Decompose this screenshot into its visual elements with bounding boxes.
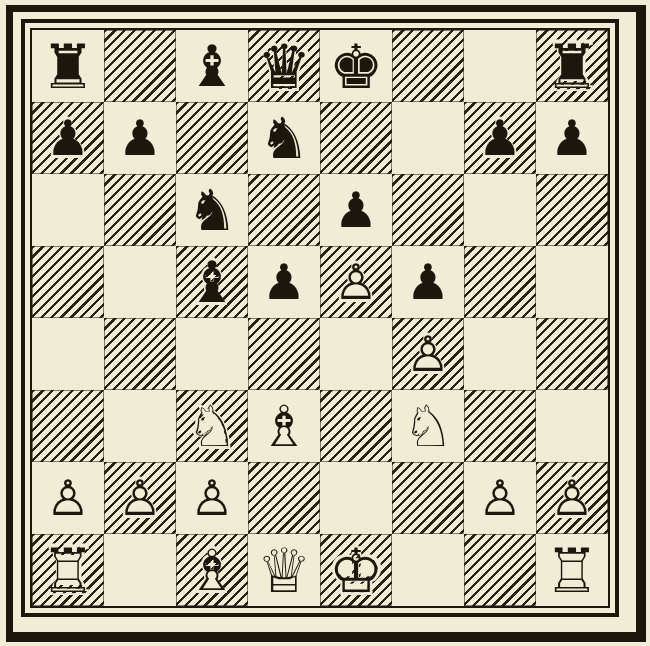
black-knight-c6: ♞♞ xyxy=(186,182,237,239)
piece-glyph: ♟ xyxy=(334,182,378,239)
black-queen-d8: ♛♛ xyxy=(257,36,312,97)
square-f2 xyxy=(392,462,464,534)
square-a3 xyxy=(32,390,104,462)
square-c1: ♝♗ xyxy=(176,534,248,606)
square-g6 xyxy=(464,174,536,246)
square-a1: ♜♖ xyxy=(32,534,104,606)
square-f7 xyxy=(392,102,464,174)
piece-glyph: ♙ xyxy=(478,470,522,527)
square-b5 xyxy=(104,246,176,318)
square-d8: ♛♛ xyxy=(248,30,320,102)
square-c2: ♟♙ xyxy=(176,462,248,534)
square-e4 xyxy=(320,318,392,390)
square-b1 xyxy=(104,534,176,606)
white-pawn-e5: ♟♙ xyxy=(334,258,378,307)
piece-glyph: ♘ xyxy=(186,393,237,459)
square-f4: ♟♙ xyxy=(392,318,464,390)
square-e3 xyxy=(320,390,392,462)
square-d2 xyxy=(248,462,320,534)
square-e8: ♚♚ xyxy=(320,30,392,102)
piece-glyph: ♙ xyxy=(406,326,450,383)
square-b2: ♟♙ xyxy=(104,462,176,534)
piece-glyph: ♘ xyxy=(402,393,453,459)
board-border: ♜♜♝♝♛♛♚♚♜♜♟♟♟♟♞♞♟♟♟♟♞♞♟♟♝♝♟♟♟♙♟♟♟♙♞♘♝♗♞♘… xyxy=(21,19,619,617)
square-c8: ♝♝ xyxy=(176,30,248,102)
piece-glyph: ♔ xyxy=(329,535,384,606)
square-h5 xyxy=(536,246,608,318)
square-d7: ♞♞ xyxy=(248,102,320,174)
black-king-e8: ♚♚ xyxy=(329,36,384,97)
square-c5: ♝♝ xyxy=(176,246,248,318)
piece-glyph: ♝ xyxy=(186,33,237,99)
piece-glyph: ♟ xyxy=(406,254,450,311)
black-bishop-c8: ♝♝ xyxy=(186,38,237,95)
piece-glyph: ♜ xyxy=(41,31,96,102)
square-a5 xyxy=(32,246,104,318)
square-g4 xyxy=(464,318,536,390)
white-rook-a1: ♜♖ xyxy=(41,540,96,601)
piece-glyph: ♟ xyxy=(478,110,522,167)
white-queen-d1: ♛♕ xyxy=(257,540,312,601)
square-g7: ♟♟ xyxy=(464,102,536,174)
square-h8: ♜♜ xyxy=(536,30,608,102)
white-pawn-f4: ♟♙ xyxy=(406,330,450,379)
square-g8 xyxy=(464,30,536,102)
square-g5 xyxy=(464,246,536,318)
piece-glyph: ♖ xyxy=(41,535,96,606)
square-e2 xyxy=(320,462,392,534)
square-e7 xyxy=(320,102,392,174)
piece-glyph: ♞ xyxy=(186,177,237,243)
black-pawn-f5: ♟♟ xyxy=(406,258,450,307)
square-c7 xyxy=(176,102,248,174)
square-h3 xyxy=(536,390,608,462)
white-knight-f3: ♞♘ xyxy=(402,398,453,455)
white-bishop-c1: ♝♗ xyxy=(186,542,237,599)
white-pawn-b2: ♟♙ xyxy=(118,474,162,523)
piece-glyph: ♟ xyxy=(550,110,594,167)
black-pawn-g7: ♟♟ xyxy=(478,114,522,163)
white-bishop-d3: ♝♗ xyxy=(258,398,309,455)
piece-glyph: ♝ xyxy=(186,249,237,315)
square-d3: ♝♗ xyxy=(248,390,320,462)
piece-glyph: ♖ xyxy=(545,535,600,606)
white-king-e1: ♚♔ xyxy=(329,540,384,601)
square-f1 xyxy=(392,534,464,606)
square-d4 xyxy=(248,318,320,390)
piece-glyph: ♛ xyxy=(257,31,312,102)
square-f6 xyxy=(392,174,464,246)
piece-glyph: ♜ xyxy=(545,31,600,102)
black-rook-a8: ♜♜ xyxy=(41,36,96,97)
square-b7: ♟♟ xyxy=(104,102,176,174)
square-d5: ♟♟ xyxy=(248,246,320,318)
piece-glyph: ♞ xyxy=(258,105,309,171)
square-g2: ♟♙ xyxy=(464,462,536,534)
square-e5: ♟♙ xyxy=(320,246,392,318)
board-inner-rule: ♜♜♝♝♛♛♚♚♜♜♟♟♟♟♞♞♟♟♟♟♞♞♟♟♝♝♟♟♟♙♟♟♟♙♞♘♝♗♞♘… xyxy=(30,28,610,608)
square-f5: ♟♟ xyxy=(392,246,464,318)
square-h6 xyxy=(536,174,608,246)
piece-glyph: ♙ xyxy=(118,470,162,527)
black-pawn-d5: ♟♟ xyxy=(262,258,306,307)
square-b6 xyxy=(104,174,176,246)
square-e1: ♚♔ xyxy=(320,534,392,606)
piece-glyph: ♙ xyxy=(190,470,234,527)
white-rook-h1: ♜♖ xyxy=(545,540,600,601)
white-pawn-c2: ♟♙ xyxy=(190,474,234,523)
square-d6 xyxy=(248,174,320,246)
piece-glyph: ♟ xyxy=(118,110,162,167)
square-h4 xyxy=(536,318,608,390)
piece-glyph: ♙ xyxy=(334,254,378,311)
square-f8 xyxy=(392,30,464,102)
black-pawn-a7: ♟♟ xyxy=(46,114,90,163)
square-h1: ♜♖ xyxy=(536,534,608,606)
white-pawn-a2: ♟♙ xyxy=(46,474,90,523)
square-f3: ♞♘ xyxy=(392,390,464,462)
piece-glyph: ♕ xyxy=(257,535,312,606)
square-b8 xyxy=(104,30,176,102)
chess-board: ♜♜♝♝♛♛♚♚♜♜♟♟♟♟♞♞♟♟♟♟♞♞♟♟♝♝♟♟♟♙♟♟♟♙♞♘♝♗♞♘… xyxy=(32,30,608,606)
square-a7: ♟♟ xyxy=(32,102,104,174)
square-g1 xyxy=(464,534,536,606)
piece-glyph: ♚ xyxy=(329,31,384,102)
black-pawn-b7: ♟♟ xyxy=(118,114,162,163)
white-pawn-g2: ♟♙ xyxy=(478,474,522,523)
black-pawn-h7: ♟♟ xyxy=(550,114,594,163)
square-h2: ♟♙ xyxy=(536,462,608,534)
square-a8: ♜♜ xyxy=(32,30,104,102)
square-a6 xyxy=(32,174,104,246)
square-a4 xyxy=(32,318,104,390)
piece-glyph: ♗ xyxy=(186,537,237,603)
black-rook-h8: ♜♜ xyxy=(545,36,600,97)
square-c6: ♞♞ xyxy=(176,174,248,246)
piece-glyph: ♗ xyxy=(258,393,309,459)
white-pawn-h2: ♟♙ xyxy=(550,474,594,523)
square-c4 xyxy=(176,318,248,390)
square-e6: ♟♟ xyxy=(320,174,392,246)
black-pawn-e6: ♟♟ xyxy=(334,186,378,235)
square-a2: ♟♙ xyxy=(32,462,104,534)
square-b3 xyxy=(104,390,176,462)
piece-glyph: ♟ xyxy=(262,254,306,311)
square-h7: ♟♟ xyxy=(536,102,608,174)
white-knight-c3: ♞♘ xyxy=(186,398,237,455)
piece-glyph: ♙ xyxy=(46,470,90,527)
square-g3 xyxy=(464,390,536,462)
square-d1: ♛♕ xyxy=(248,534,320,606)
piece-glyph: ♙ xyxy=(550,470,594,527)
square-b4 xyxy=(104,318,176,390)
black-bishop-c5: ♝♝ xyxy=(186,254,237,311)
piece-glyph: ♟ xyxy=(46,110,90,167)
square-c3: ♞♘ xyxy=(176,390,248,462)
black-knight-d7: ♞♞ xyxy=(258,110,309,167)
